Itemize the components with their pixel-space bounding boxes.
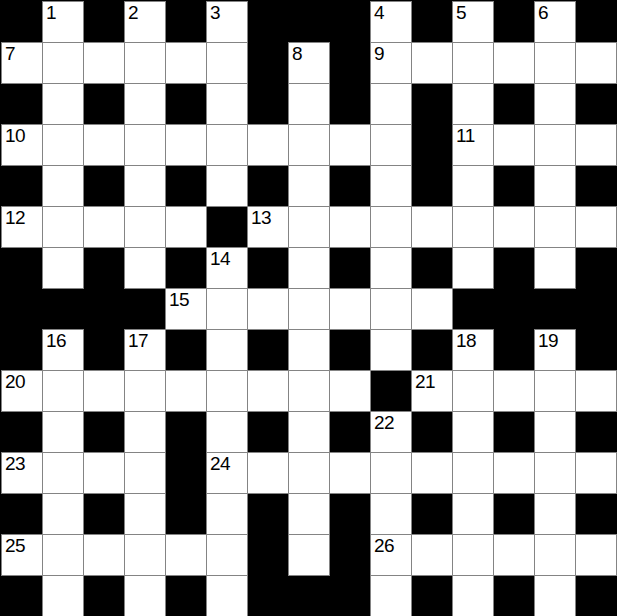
cell-r1c4[interactable] [166,43,206,83]
cell-r8c3[interactable]: 17 [125,330,165,370]
clue-number-13: 13 [251,207,271,228]
cell-r1c5[interactable] [207,43,247,83]
block-cell-r2c12 [494,84,534,124]
cell-r2c3[interactable] [125,84,165,124]
cell-r7c8[interactable] [330,289,370,329]
crossword-page: 1234567891011121314151617181920212223242… [0,0,617,616]
cell-r2c11[interactable] [453,84,493,124]
block-cell-r4c0 [2,166,42,206]
cell-r3c2[interactable] [84,125,124,165]
cell-r3c14[interactable] [576,125,616,165]
cell-r8c9[interactable] [371,330,411,370]
cell-r3c9[interactable] [371,125,411,165]
cell-r11c2[interactable] [84,453,124,493]
block-cell-r7c13 [535,289,575,329]
block-cell-r10c2 [84,412,124,452]
cell-r14c13[interactable] [535,576,575,616]
block-cell-r14c10 [412,576,452,616]
clue-number-20: 20 [5,371,25,392]
block-cell-r8c10 [412,330,452,370]
cell-r9c3[interactable] [125,371,165,411]
cell-r14c1[interactable] [43,576,83,616]
block-cell-r4c10 [412,166,452,206]
cell-r9c2[interactable] [84,371,124,411]
clue-number-18: 18 [456,330,476,351]
cell-r12c1[interactable] [43,494,83,534]
cell-r9c13[interactable] [535,371,575,411]
block-cell-r8c6 [248,330,288,370]
cell-r0c11[interactable]: 5 [453,2,493,42]
cell-r5c4[interactable] [166,207,206,247]
cell-r2c9[interactable] [371,84,411,124]
block-cell-r8c12 [494,330,534,370]
cell-r1c12[interactable] [494,43,534,83]
clue-number-6: 6 [538,2,548,23]
cell-r1c2[interactable] [84,43,124,83]
cell-r11c1[interactable] [43,453,83,493]
block-cell-r0c8 [330,2,370,42]
block-cell-r12c14 [576,494,616,534]
cell-r8c13[interactable]: 19 [535,330,575,370]
cell-r5c8[interactable] [330,207,370,247]
block-cell-r3c10 [412,125,452,165]
cell-r11c12[interactable] [494,453,534,493]
cell-r8c1[interactable]: 16 [43,330,83,370]
block-cell-r0c10 [412,2,452,42]
clue-number-3: 3 [210,2,220,23]
clue-number-1: 1 [46,2,56,23]
cell-r1c13[interactable] [535,43,575,83]
cell-r7c5[interactable] [207,289,247,329]
cell-r3c6[interactable] [248,125,288,165]
cell-r5c0[interactable]: 12 [2,207,42,247]
cell-r5c9[interactable] [371,207,411,247]
cell-r13c4[interactable] [166,535,206,575]
cell-r5c11[interactable] [453,207,493,247]
block-cell-r2c4 [166,84,206,124]
clue-number-21: 21 [415,371,435,392]
cell-r3c1[interactable] [43,125,83,165]
clue-number-26: 26 [374,535,394,556]
cell-r8c5[interactable] [207,330,247,370]
block-cell-r0c4 [166,2,206,42]
cell-r5c1[interactable] [43,207,83,247]
cell-r8c7[interactable] [289,330,329,370]
clue-number-2: 2 [128,2,138,23]
cell-r4c3[interactable] [125,166,165,206]
cell-r11c3[interactable] [125,453,165,493]
cell-r11c0[interactable]: 23 [2,453,42,493]
cell-r14c3[interactable] [125,576,165,616]
clue-number-8: 8 [292,43,302,64]
cell-r5c13[interactable] [535,207,575,247]
cell-r3c4[interactable] [166,125,206,165]
cell-r10c5[interactable] [207,412,247,452]
cell-r6c11[interactable] [453,248,493,288]
block-cell-r7c11 [453,289,493,329]
cell-r11c11[interactable] [453,453,493,493]
block-cell-r1c8 [330,43,370,83]
block-cell-r2c2 [84,84,124,124]
clue-number-19: 19 [538,330,558,351]
crossword-grid: 1234567891011121314151617181920212223242… [0,0,617,616]
block-cell-r2c6 [248,84,288,124]
cell-r12c11[interactable] [453,494,493,534]
block-cell-r10c0 [2,412,42,452]
block-cell-r0c12 [494,2,534,42]
cell-r3c13[interactable] [535,125,575,165]
cell-r12c3[interactable] [125,494,165,534]
cell-r5c6[interactable]: 13 [248,207,288,247]
cell-r8c11[interactable]: 18 [453,330,493,370]
cell-r10c7[interactable] [289,412,329,452]
cell-r0c5[interactable]: 3 [207,2,247,42]
block-cell-r2c0 [2,84,42,124]
cell-r3c12[interactable] [494,125,534,165]
block-cell-r2c8 [330,84,370,124]
block-cell-r11c4 [166,453,206,493]
clue-number-14: 14 [210,248,230,269]
cell-r9c7[interactable] [289,371,329,411]
clue-number-24: 24 [210,453,230,474]
cell-r9c12[interactable] [494,371,534,411]
block-cell-r4c2 [84,166,124,206]
block-cell-r10c6 [248,412,288,452]
cell-r3c11[interactable]: 11 [453,125,493,165]
block-cell-r7c3 [125,289,165,329]
block-cell-r10c12 [494,412,534,452]
block-cell-r12c10 [412,494,452,534]
cell-r1c1[interactable] [43,43,83,83]
block-cell-r14c8 [330,576,370,616]
cell-r6c7[interactable] [289,248,329,288]
cell-r11c6[interactable] [248,453,288,493]
cell-r9c4[interactable] [166,371,206,411]
cell-r1c11[interactable] [453,43,493,83]
block-cell-r6c8 [330,248,370,288]
clue-number-25: 25 [5,535,25,556]
cell-r2c5[interactable] [207,84,247,124]
clue-number-9: 9 [374,43,384,64]
cell-r10c9[interactable]: 22 [371,412,411,452]
block-cell-r4c14 [576,166,616,206]
cell-r14c11[interactable] [453,576,493,616]
block-cell-r14c2 [84,576,124,616]
block-cell-r6c4 [166,248,206,288]
cell-r0c9[interactable]: 4 [371,2,411,42]
block-cell-r2c10 [412,84,452,124]
cell-r1c3[interactable] [125,43,165,83]
cell-r14c9[interactable] [371,576,411,616]
cell-r1c0[interactable]: 7 [2,43,42,83]
block-cell-r10c4 [166,412,206,452]
cell-r13c7[interactable] [289,535,329,575]
cell-r11c10[interactable] [412,453,452,493]
cell-r3c8[interactable] [330,125,370,165]
cell-r1c7[interactable]: 8 [289,43,329,83]
clue-number-11: 11 [456,125,475,146]
cell-r4c11[interactable] [453,166,493,206]
block-cell-r8c14 [576,330,616,370]
cell-r10c11[interactable] [453,412,493,452]
cell-r6c5[interactable]: 14 [207,248,247,288]
block-cell-r6c14 [576,248,616,288]
cell-r11c8[interactable] [330,453,370,493]
cell-r9c0[interactable]: 20 [2,371,42,411]
cell-r5c7[interactable] [289,207,329,247]
block-cell-r10c14 [576,412,616,452]
cell-r9c11[interactable] [453,371,493,411]
cell-r14c5[interactable] [207,576,247,616]
clue-number-5: 5 [456,2,466,23]
block-cell-r0c2 [84,2,124,42]
cell-r13c13[interactable] [535,535,575,575]
cell-r13c10[interactable] [412,535,452,575]
cell-r2c1[interactable] [43,84,83,124]
cell-r12c9[interactable] [371,494,411,534]
cell-r5c3[interactable] [125,207,165,247]
block-cell-r4c8 [330,166,370,206]
block-cell-r2c14 [576,84,616,124]
cell-r6c3[interactable] [125,248,165,288]
block-cell-r8c0 [2,330,42,370]
cell-r2c13[interactable] [535,84,575,124]
cell-r12c5[interactable] [207,494,247,534]
block-cell-r4c4 [166,166,206,206]
block-cell-r12c4 [166,494,206,534]
cell-r10c3[interactable] [125,412,165,452]
block-cell-r7c12 [494,289,534,329]
cell-r13c9[interactable]: 26 [371,535,411,575]
block-cell-r14c12 [494,576,534,616]
cell-r10c13[interactable] [535,412,575,452]
cell-r12c13[interactable] [535,494,575,534]
block-cell-r7c14 [576,289,616,329]
cell-r11c13[interactable] [535,453,575,493]
block-cell-r4c6 [248,166,288,206]
block-cell-r6c12 [494,248,534,288]
block-cell-r6c6 [248,248,288,288]
cell-r12c7[interactable] [289,494,329,534]
cell-r13c1[interactable] [43,535,83,575]
cell-r11c7[interactable] [289,453,329,493]
block-cell-r14c14 [576,576,616,616]
block-cell-r12c6 [248,494,288,534]
block-cell-r8c4 [166,330,206,370]
cell-r4c1[interactable] [43,166,83,206]
cell-r2c7[interactable] [289,84,329,124]
clue-number-17: 17 [128,330,148,351]
cell-r6c9[interactable] [371,248,411,288]
cell-r4c9[interactable] [371,166,411,206]
cell-r6c1[interactable] [43,248,83,288]
cell-r7c7[interactable] [289,289,329,329]
clue-number-22: 22 [374,412,394,433]
block-cell-r7c1 [43,289,83,329]
clue-number-10: 10 [5,125,25,146]
cell-r5c14[interactable] [576,207,616,247]
block-cell-r7c0 [2,289,42,329]
block-cell-r12c2 [84,494,124,534]
cell-r4c13[interactable] [535,166,575,206]
clue-number-7: 7 [5,43,15,64]
cell-r3c0[interactable]: 10 [2,125,42,165]
block-cell-r0c6 [248,2,288,42]
block-cell-r5c5 [207,207,247,247]
cell-r9c1[interactable] [43,371,83,411]
block-cell-r13c8 [330,535,370,575]
block-cell-r6c10 [412,248,452,288]
cell-r13c3[interactable] [125,535,165,575]
block-cell-r7c2 [84,289,124,329]
block-cell-r9c9 [371,371,411,411]
block-cell-r14c6 [248,576,288,616]
block-cell-r12c12 [494,494,534,534]
cell-r0c3[interactable]: 2 [125,2,165,42]
clue-number-4: 4 [374,2,384,23]
cell-r3c5[interactable] [207,125,247,165]
block-cell-r10c8 [330,412,370,452]
cell-r3c7[interactable] [289,125,329,165]
block-cell-r12c8 [330,494,370,534]
cell-r4c5[interactable] [207,166,247,206]
cell-r7c6[interactable] [248,289,288,329]
clue-number-15: 15 [169,289,189,310]
block-cell-r8c2 [84,330,124,370]
block-cell-r8c8 [330,330,370,370]
cell-r0c1[interactable]: 1 [43,2,83,42]
block-cell-r13c6 [248,535,288,575]
cell-r13c5[interactable] [207,535,247,575]
cell-r4c7[interactable] [289,166,329,206]
cell-r5c10[interactable] [412,207,452,247]
cell-r1c10[interactable] [412,43,452,83]
cell-r10c1[interactable] [43,412,83,452]
block-cell-r10c10 [412,412,452,452]
cell-r13c11[interactable] [453,535,493,575]
clue-number-16: 16 [46,330,66,351]
clue-number-12: 12 [5,207,25,228]
block-cell-r1c6 [248,43,288,83]
block-cell-r14c7 [289,576,329,616]
cell-r7c4[interactable]: 15 [166,289,206,329]
cell-r11c5[interactable]: 24 [207,453,247,493]
clue-number-23: 23 [5,453,25,474]
cell-r9c14[interactable] [576,371,616,411]
cell-r7c10[interactable] [412,289,452,329]
cell-r0c13[interactable]: 6 [535,2,575,42]
cell-r1c14[interactable] [576,43,616,83]
block-cell-r0c0 [2,2,42,42]
cell-r11c14[interactable] [576,453,616,493]
cell-r5c12[interactable] [494,207,534,247]
block-cell-r0c14 [576,2,616,42]
cell-r13c14[interactable] [576,535,616,575]
cell-r6c13[interactable] [535,248,575,288]
cell-r5c2[interactable] [84,207,124,247]
block-cell-r4c12 [494,166,534,206]
cell-r11c9[interactable] [371,453,411,493]
block-cell-r6c0 [2,248,42,288]
cell-r7c9[interactable] [371,289,411,329]
cell-r13c2[interactable] [84,535,124,575]
cell-r9c10[interactable]: 21 [412,371,452,411]
cell-r1c9[interactable]: 9 [371,43,411,83]
cell-r13c0[interactable]: 25 [2,535,42,575]
block-cell-r14c4 [166,576,206,616]
block-cell-r6c2 [84,248,124,288]
block-cell-r14c0 [2,576,42,616]
cell-r9c6[interactable] [248,371,288,411]
cell-r9c5[interactable] [207,371,247,411]
cell-r9c8[interactable] [330,371,370,411]
block-cell-r0c7 [289,2,329,42]
cell-r3c3[interactable] [125,125,165,165]
cell-r13c12[interactable] [494,535,534,575]
block-cell-r12c0 [2,494,42,534]
